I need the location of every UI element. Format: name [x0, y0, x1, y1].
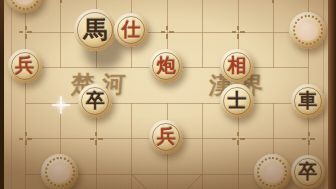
grid-line-file — [273, 0, 274, 68]
point-marker — [232, 132, 245, 145]
piece-glyph: 卒 — [291, 155, 325, 189]
piece-black-soldier[interactable]: 卒 — [78, 84, 112, 118]
right-frame-bar — [328, 0, 336, 189]
point-marker — [232, 26, 245, 39]
piece-red-cannon[interactable]: 炮 — [149, 49, 183, 83]
piece-black-soldier[interactable]: 卒 — [291, 155, 325, 189]
piece-red-elephant[interactable]: 相 — [220, 49, 254, 83]
point-marker — [54, 0, 67, 3]
point-marker — [19, 26, 32, 39]
piece-glyph: 相 — [220, 49, 254, 83]
piece-face-down[interactable] — [289, 12, 326, 49]
point-marker — [267, 0, 280, 3]
point-marker — [90, 132, 103, 145]
piece-red-advisor[interactable]: 仕 — [114, 13, 148, 47]
point-marker — [161, 26, 174, 39]
xiangqi-board[interactable]: 楚河漢界馬仕兵炮相卒士車兵卒 — [0, 0, 336, 189]
grid-line-file — [202, 103, 203, 189]
piece-face-down[interactable] — [41, 154, 78, 189]
grid-line-file — [60, 0, 61, 68]
point-marker — [19, 132, 32, 145]
piece-black-chariot[interactable]: 車 — [291, 84, 325, 118]
piece-red-soldier[interactable]: 兵 — [8, 49, 42, 83]
piece-glyph: 車 — [291, 84, 325, 118]
piece-black-horse[interactable]: 馬 — [74, 9, 116, 51]
xiangqi-board-screenshot: 楚河漢界馬仕兵炮相卒士車兵卒 — [0, 0, 336, 189]
sparkle-effect — [52, 96, 70, 114]
piece-red-soldier[interactable]: 兵 — [149, 120, 183, 154]
piece-glyph: 士 — [220, 84, 254, 118]
piece-glyph: 卒 — [78, 84, 112, 118]
piece-glyph: 兵 — [8, 49, 42, 83]
piece-glyph: 炮 — [149, 49, 183, 83]
piece-glyph: 仕 — [114, 13, 148, 47]
palace-diagonal — [166, 174, 202, 189]
point-marker — [302, 132, 315, 145]
piece-black-advisor[interactable]: 士 — [220, 84, 254, 118]
left-frame-bar — [0, 0, 4, 189]
palace-diagonal — [131, 174, 167, 189]
piece-face-down[interactable] — [254, 154, 291, 189]
board-border-line — [11, 0, 12, 189]
sparkle-core — [55, 99, 67, 111]
piece-glyph: 兵 — [149, 120, 183, 154]
piece-face-down[interactable] — [6, 0, 43, 13]
grid-line-file — [202, 0, 203, 68]
piece-glyph: 馬 — [74, 9, 116, 51]
